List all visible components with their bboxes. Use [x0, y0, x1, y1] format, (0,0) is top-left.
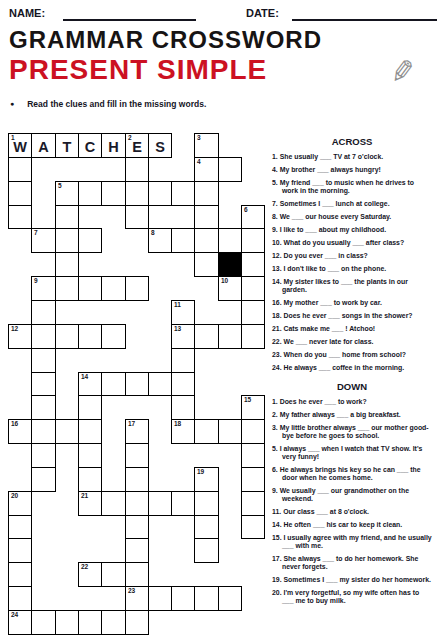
down-clue: 19. Sometimes I ___ my sister do her hom… — [272, 576, 432, 584]
clue-list-number: 3. — [272, 424, 280, 431]
grid-cell[interactable] — [241, 491, 265, 516]
grid-cell[interactable] — [31, 372, 56, 396]
clue-list-number: 9. — [272, 226, 280, 233]
grid-cell[interactable] — [101, 181, 126, 206]
prefilled-letter: H — [108, 140, 118, 155]
clue-number: 23 — [128, 587, 135, 595]
grid-cell[interactable] — [55, 419, 79, 444]
clue-list-number: 14. — [272, 278, 284, 285]
grid-cell[interactable] — [194, 491, 219, 516]
grid-cell[interactable] — [78, 324, 102, 349]
across-panel: ACROSS 1. She usually ___ TV at 7 o'cloc… — [272, 136, 432, 377]
prefilled-letter: W — [13, 140, 27, 155]
grid-cell[interactable]: 18 — [171, 419, 195, 444]
across-clue: 1. She usually ___ TV at 7 o'clock. — [272, 153, 432, 161]
grid-cell[interactable] — [125, 443, 149, 468]
clue-list-number: 19. — [272, 576, 284, 583]
grid-cell[interactable]: 16 — [8, 419, 32, 444]
down-clue-list: 1. Does he ever ___ to work?2. My father… — [272, 398, 432, 605]
down-heading: DOWN — [272, 381, 432, 392]
grid-cell[interactable] — [55, 324, 79, 349]
grid-cell[interactable]: 4 — [194, 157, 219, 182]
grid-cell[interactable]: 23 — [125, 586, 149, 611]
clue-list-number: 24. — [272, 364, 284, 371]
clue-list-number: 14. — [272, 521, 284, 528]
grid-cell[interactable] — [78, 395, 102, 420]
clue-list-number: 9. — [272, 487, 280, 494]
clue-number: 1 — [11, 134, 15, 142]
across-clue: 9. I like to ___ about my childhood. — [272, 226, 432, 234]
prefilled-letter: S — [155, 140, 165, 155]
grid-cell[interactable] — [31, 610, 56, 635]
down-clue: 6. He always brings his key so he can __… — [272, 466, 432, 482]
clue-number: 3 — [197, 134, 201, 142]
grid-cell[interactable]: 14 — [78, 372, 102, 396]
grid-cell[interactable]: 19 — [194, 467, 219, 492]
down-clue: 14. He often ___ his car to keep it clea… — [272, 521, 432, 529]
grid-cell[interactable] — [194, 324, 219, 349]
grid-cell[interactable] — [101, 610, 126, 635]
clue-number: 15 — [244, 396, 251, 404]
grid-cell[interactable]: 21 — [78, 491, 102, 516]
across-clue: 5. My friend ___ to music when he drives… — [272, 179, 432, 195]
clue-number: 5 — [58, 182, 62, 190]
clue-number: 2 — [128, 134, 132, 142]
grid-cell[interactable] — [55, 252, 79, 277]
across-clue: 14. My sister likes to ___ the plants in… — [272, 278, 432, 294]
grid-cell[interactable] — [171, 491, 195, 516]
across-clue: 18. Does he ever ___ songs in the shower… — [272, 312, 432, 320]
clue-list-number: 11. — [272, 508, 283, 515]
prefilled-letter: A — [38, 140, 48, 155]
down-clue: 3. My little brother always ___ our moth… — [272, 424, 432, 440]
down-clue: 20. I'm very forgetful, so my wife often… — [272, 589, 432, 605]
grid-cell[interactable] — [218, 324, 242, 349]
clue-number: 4 — [197, 158, 201, 166]
prefilled-letter: C — [85, 140, 95, 155]
clue-list-number: 22. — [272, 338, 284, 345]
grid-cell[interactable] — [194, 538, 219, 563]
grid-cell[interactable]: 7 — [31, 228, 56, 253]
grid-cell[interactable] — [218, 419, 242, 444]
clue-number: 7 — [34, 229, 38, 237]
clue-list-number: 13. — [272, 265, 284, 272]
down-clue: 5. I always ___ when I watch that TV sho… — [272, 445, 432, 461]
grid-cell[interactable]: 11 — [171, 300, 195, 325]
clue-list-number: 23. — [272, 351, 284, 358]
grid-cell[interactable] — [194, 419, 219, 444]
clue-list-number: 5. — [272, 179, 280, 186]
grid-cell[interactable] — [125, 467, 149, 492]
across-clue: 23. When do you ___ home from school? — [272, 351, 432, 359]
grid-cell[interactable]: 22 — [78, 562, 102, 587]
grid-cell[interactable] — [125, 610, 149, 635]
grid-cell[interactable] — [31, 395, 56, 420]
down-clue: 1. Does he ever ___ to work? — [272, 398, 432, 406]
clue-number: 12 — [11, 325, 18, 333]
grid-cell[interactable] — [194, 252, 219, 277]
clue-number: 8 — [151, 229, 155, 237]
grid-cell[interactable] — [171, 228, 195, 253]
grid-cell[interactable] — [31, 467, 56, 492]
grid-cell[interactable] — [8, 562, 32, 587]
clue-number: 6 — [244, 206, 248, 214]
down-panel: DOWN 1. Does he ever ___ to work?2. My f… — [272, 381, 432, 610]
grid-cell[interactable] — [31, 443, 56, 468]
grid-cell[interactable]: A — [31, 133, 56, 158]
grid-cell[interactable] — [194, 515, 219, 539]
across-clue: 7. Sometimes I ___ lunch at college. — [272, 200, 432, 208]
prefilled-letter: E — [132, 140, 142, 155]
grid-cell[interactable]: 24 — [8, 610, 32, 635]
grid-cell[interactable] — [171, 395, 195, 420]
crossword-grid: W1ATCHE2S3456789101112131415161718192021… — [8, 133, 266, 634]
grid-cell[interactable]: 20 — [8, 491, 32, 516]
grid-cell[interactable] — [101, 491, 126, 516]
clue-number: 21 — [81, 492, 88, 500]
grid-cell[interactable] — [218, 157, 242, 182]
grid-cell[interactable] — [78, 467, 102, 492]
grid-cell[interactable] — [125, 538, 149, 563]
grid-cell[interactable] — [78, 181, 102, 206]
grid-cell[interactable] — [241, 324, 265, 349]
clue-number: 10 — [221, 277, 228, 285]
grid-cell[interactable] — [125, 157, 149, 182]
clue-number: 11 — [174, 301, 181, 309]
grid-cell[interactable] — [194, 181, 219, 206]
clue-number: 16 — [11, 420, 18, 428]
grid-cell[interactable] — [8, 538, 32, 563]
blocked-cell — [218, 252, 242, 277]
clue-list-number: 20. — [272, 589, 284, 596]
grid-cell[interactable] — [241, 419, 265, 444]
clue-list-number: 2. — [272, 411, 280, 418]
grid-cell[interactable] — [241, 467, 265, 492]
grid-cell[interactable] — [8, 181, 32, 206]
grid-cell[interactable] — [125, 372, 149, 396]
grid-cell[interactable] — [55, 205, 79, 229]
grid-cell[interactable] — [125, 491, 149, 516]
across-clue: 12. Do you ever ___ in class? — [272, 252, 432, 260]
grid-cell[interactable]: C — [78, 133, 102, 158]
clue-list-number: 1. — [272, 398, 280, 405]
grid-cell[interactable] — [125, 515, 149, 539]
grid-cell[interactable] — [55, 276, 79, 301]
across-clue-list: 1. She usually ___ TV at 7 o'clock.4. My… — [272, 153, 432, 372]
clue-list-number: 1. — [272, 153, 280, 160]
grid-cell[interactable] — [125, 205, 149, 229]
clue-number: 20 — [11, 492, 18, 500]
name-input-line[interactable] — [63, 7, 196, 21]
grid-cell[interactable]: 6 — [241, 205, 265, 229]
grid-cell[interactable] — [78, 443, 102, 468]
grid-cell[interactable] — [101, 276, 126, 301]
across-clue: 13. I don't like to ___ on the phone. — [272, 265, 432, 273]
grid-cell[interactable] — [78, 419, 102, 444]
clue-number: 18 — [174, 420, 181, 428]
grid-cell[interactable] — [101, 324, 126, 349]
bullet-icon: ● — [10, 100, 14, 107]
grid-cell[interactable] — [218, 228, 242, 253]
grid-cell[interactable] — [171, 586, 195, 611]
grid-cell[interactable] — [194, 205, 219, 229]
grid-cell[interactable]: 17 — [125, 419, 149, 444]
clue-number: 9 — [34, 277, 38, 285]
clue-list-number: 16. — [272, 299, 284, 306]
grid-cell[interactable]: 13 — [171, 324, 195, 349]
grid-cell[interactable]: T — [55, 133, 79, 158]
clue-list-number: 8. — [272, 213, 280, 220]
grid-cell[interactable]: H — [101, 133, 126, 158]
clue-number: 17 — [128, 420, 135, 428]
clue-number: 24 — [11, 611, 18, 619]
across-clue: 4. My brother ___ always hungry! — [272, 166, 432, 174]
grid-cell[interactable] — [148, 372, 172, 396]
grid-cell[interactable]: 12 — [8, 324, 32, 349]
across-clue: 8. We ___ our house every Saturday. — [272, 213, 432, 221]
grid-cell[interactable] — [8, 515, 32, 539]
clue-list-number: 4. — [272, 166, 280, 173]
clue-list-number: 21. — [272, 325, 284, 332]
clue-number: 13 — [174, 325, 181, 333]
grid-cell[interactable]: 5 — [55, 181, 79, 206]
grid-cell[interactable] — [8, 586, 32, 611]
date-label: DATE: — [246, 7, 279, 19]
grid-cell[interactable] — [241, 443, 265, 468]
clue-list-number: 5. — [272, 445, 280, 452]
worksheet-subtitle: PRESENT SIMPLE — [9, 54, 267, 86]
grid-cell[interactable] — [148, 181, 172, 206]
across-clue: 10. What do you usually ___ after class? — [272, 239, 432, 247]
grid-cell[interactable] — [125, 181, 149, 206]
prefilled-letter: T — [63, 140, 72, 155]
grid-cell[interactable] — [31, 300, 56, 325]
grid-cell[interactable] — [8, 205, 32, 229]
grid-cell[interactable] — [55, 228, 79, 253]
grid-cell[interactable] — [241, 228, 265, 253]
clue-list-number: 18. — [272, 312, 284, 319]
across-clue: 22. We ___ never late for class. — [272, 338, 432, 346]
grid-cell[interactable] — [101, 372, 126, 396]
clue-list-number: 7. — [272, 200, 280, 207]
down-clue: 2. My father always ___ a big breakfast. — [272, 411, 432, 419]
grid-cell[interactable] — [241, 300, 265, 325]
grid-cell[interactable] — [55, 610, 79, 635]
grid-cell[interactable]: 8 — [148, 228, 172, 253]
across-clue: 24. He always ___ coffee in the morning. — [272, 364, 432, 372]
grid-cell[interactable] — [101, 562, 126, 587]
grid-cell[interactable] — [148, 491, 172, 516]
grid-cell[interactable]: W1 — [8, 133, 32, 158]
grid-cell[interactable]: E2 — [125, 133, 149, 158]
across-heading: ACROSS — [272, 136, 432, 147]
grid-cell[interactable] — [78, 610, 102, 635]
clue-list-number: 15. — [272, 534, 284, 541]
grid-cell[interactable] — [241, 515, 265, 539]
grid-cell[interactable] — [148, 586, 172, 611]
clue-list-number: 10. — [272, 239, 284, 246]
down-clue: 15. I usually agree with my friend, and … — [272, 534, 432, 550]
grid-cell[interactable]: 3 — [194, 133, 219, 158]
worksheet-title: GRAMMAR CROSSWORD — [9, 26, 322, 54]
across-clue: 16. My mother ___ to work by car. — [272, 299, 432, 307]
grid-cell[interactable] — [171, 372, 195, 396]
clue-number: 14 — [81, 373, 88, 381]
clue-list-number: 6. — [272, 466, 280, 473]
date-input-line[interactable] — [292, 7, 437, 21]
grid-cell[interactable]: S — [148, 133, 172, 158]
down-clue: 9. We usually ___ our grandmother on the… — [272, 487, 432, 503]
worksheet-page: NAME: DATE: GRAMMAR CROSSWORD PRESENT SI… — [0, 0, 439, 635]
instruction-line: ●Read the clues and fill in the missing … — [10, 99, 206, 109]
grid-cell[interactable] — [218, 586, 242, 611]
clue-number: 22 — [81, 563, 88, 571]
down-clue: 11. Our class ___ at 8 o'clock. — [272, 508, 432, 516]
grid-cell[interactable] — [171, 181, 195, 206]
instruction-text: Read the clues and fill in the missing w… — [27, 99, 206, 109]
grid-cell[interactable] — [31, 348, 56, 373]
grid-cell[interactable] — [241, 276, 265, 301]
clue-list-number: 12. — [272, 252, 284, 259]
grid-cell[interactable] — [78, 228, 102, 253]
grid-cell[interactable] — [171, 348, 195, 373]
grid-cell[interactable] — [78, 276, 102, 301]
pencil-icon: ✎ — [388, 52, 418, 90]
grid-cell[interactable]: 10 — [218, 276, 242, 301]
clue-number: 19 — [197, 468, 204, 476]
grid-cell[interactable] — [194, 586, 219, 611]
grid-cell[interactable] — [125, 562, 149, 587]
clue-list-number: 17. — [272, 555, 284, 562]
across-clue: 21. Cats make me ___ ! Atchoo! — [272, 325, 432, 333]
grid-cell[interactable] — [194, 228, 219, 253]
grid-cell[interactable] — [241, 252, 265, 277]
grid-cell[interactable] — [125, 276, 149, 301]
grid-cell[interactable] — [31, 419, 56, 444]
grid-cell[interactable]: 9 — [31, 276, 56, 301]
grid-cell[interactable] — [31, 324, 56, 349]
grid-cell[interactable]: 15 — [241, 395, 265, 420]
name-label: NAME: — [9, 7, 45, 19]
grid-cell[interactable] — [8, 157, 32, 182]
down-clue: 17. She always ___ to do her homework. S… — [272, 555, 432, 571]
